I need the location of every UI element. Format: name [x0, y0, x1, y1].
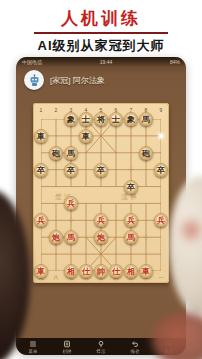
piece-red-帥[interactable]: 帥 [94, 264, 108, 278]
piece-red-相[interactable]: 相 [124, 264, 138, 278]
last-move-marker [159, 134, 163, 138]
opponent-name: [家冠] 阿尔法象 [50, 75, 105, 86]
toolbar-item-menu[interactable]: 菜单 [16, 338, 50, 355]
clock-label: 19:44 [100, 59, 113, 65]
battery-label: 84% [170, 59, 180, 65]
toolbar-item-label: 棋谱 [63, 348, 72, 353]
piece-black-卒[interactable]: 卒 [34, 163, 48, 177]
toolbar-item-label: 菜单 [29, 348, 38, 353]
piece-red-仕[interactable]: 仕 [109, 264, 123, 278]
robot-icon [28, 74, 41, 87]
piece-red-車[interactable]: 車 [139, 264, 153, 278]
piece-black-象[interactable]: 象 [124, 112, 138, 126]
piece-black-将[interactable]: 将 [94, 112, 108, 126]
file-label-top: 1 [36, 107, 46, 113]
piece-red-仕[interactable]: 仕 [79, 264, 93, 278]
opponent-avatar[interactable] [24, 70, 44, 90]
file-label-top: 2 [51, 107, 61, 113]
toolbar-item-undo[interactable]: 悔棋 [118, 338, 152, 355]
piece-black-卒[interactable]: 卒 [64, 163, 78, 177]
more-icon [165, 340, 173, 348]
piece-black-砲[interactable]: 砲 [139, 146, 153, 160]
piece-black-士[interactable]: 士 [79, 112, 93, 126]
piece-red-車[interactable]: 車 [34, 264, 48, 278]
xiangqi-board[interactable]: 楚河 漢界 123456789 九八七六五四三二一 象士将士象馬車車砲馬砲卒卒卒… [33, 103, 169, 283]
record-icon [63, 340, 71, 348]
piece-black-馬[interactable]: 馬 [139, 112, 153, 126]
toolbar-item-label: 提示 [97, 348, 106, 353]
hint-icon [97, 340, 105, 348]
status-bar: 中国电信 19:44 84% [16, 57, 186, 67]
toolbar-item-more[interactable]: 更多 [152, 338, 186, 355]
bottom-toolbar: 菜单棋谱提示悔棋更多 [16, 338, 186, 355]
page-title: 人机训练 [0, 7, 202, 30]
piece-black-卒[interactable]: 卒 [124, 180, 138, 194]
piece-black-士[interactable]: 士 [109, 112, 123, 126]
piece-black-車[interactable]: 車 [34, 129, 48, 143]
toolbar-item-record[interactable]: 棋谱 [50, 338, 84, 355]
piece-black-車[interactable]: 車 [79, 129, 93, 143]
file-label-top: 9 [156, 107, 166, 113]
file-label-bottom: 一 [156, 274, 166, 280]
piece-black-砲[interactable]: 砲 [49, 146, 63, 160]
file-label-bottom: 八 [51, 274, 61, 280]
toolbar-item-label: 悔棋 [131, 348, 140, 353]
piece-red-兵[interactable]: 兵 [154, 213, 168, 227]
toolbar-item-hint[interactable]: 提示 [84, 338, 118, 355]
title-divider [34, 32, 168, 34]
undo-icon [131, 340, 139, 348]
carrier-label: 中国电信 [22, 59, 42, 65]
opponent-row: [家冠] 阿尔法象 [24, 69, 105, 91]
piece-black-卒[interactable]: 卒 [154, 163, 168, 177]
piece-black-象[interactable]: 象 [64, 112, 78, 126]
phone-screenshot: 中国电信 19:44 84% [家冠] 阿尔法象 楚河 漢界 123 [16, 57, 186, 355]
piece-black-馬[interactable]: 馬 [64, 146, 78, 160]
piece-red-相[interactable]: 相 [64, 264, 78, 278]
page-subtitle: AI级别从家冠到大师 [0, 37, 202, 55]
toolbar-item-label: 更多 [165, 348, 174, 353]
piece-black-卒[interactable]: 卒 [94, 163, 108, 177]
menu-icon [29, 340, 37, 348]
